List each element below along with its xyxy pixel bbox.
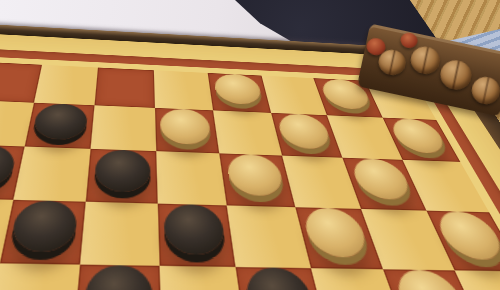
photo-scene (0, 0, 500, 290)
square-c1r0[interactable] (33, 65, 97, 105)
square-c3r3[interactable] (157, 203, 235, 267)
dark-piece[interactable] (9, 200, 79, 252)
dark-piece[interactable] (32, 103, 89, 140)
square-c2r3[interactable] (80, 201, 159, 266)
light-piece[interactable] (213, 73, 264, 105)
dark-piece[interactable] (93, 149, 150, 193)
walnut (438, 58, 474, 93)
square-c2r2[interactable] (86, 149, 157, 203)
square-c2r0[interactable] (95, 68, 155, 108)
light-piece[interactable] (387, 118, 450, 154)
light-piece[interactable] (225, 154, 286, 197)
square-c7r4[interactable] (454, 270, 500, 290)
square-c3r0[interactable] (153, 70, 213, 110)
light-piece[interactable] (276, 113, 334, 149)
square-c3r4[interactable] (159, 266, 247, 290)
square-c1r4[interactable] (0, 263, 80, 290)
walnut (469, 74, 500, 106)
square-c2r1[interactable] (91, 105, 156, 151)
square-c1r1[interactable] (24, 102, 95, 149)
dark-piece[interactable] (164, 203, 227, 254)
chestnut (399, 31, 419, 49)
square-c3r1[interactable] (154, 107, 219, 153)
light-piece[interactable] (160, 108, 212, 145)
dark-piece[interactable] (243, 267, 319, 290)
light-piece[interactable] (301, 207, 372, 257)
square-c1r3[interactable] (0, 199, 86, 264)
square-c3r2[interactable] (156, 151, 227, 205)
square-c2r4[interactable] (73, 265, 161, 290)
square-c1r2[interactable] (13, 146, 91, 201)
walnut (408, 44, 442, 76)
dark-piece[interactable] (82, 265, 152, 290)
dark-piece[interactable] (0, 145, 18, 189)
